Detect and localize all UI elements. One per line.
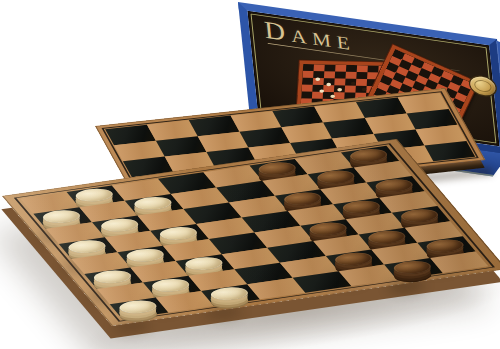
checker-piece-dark[interactable] xyxy=(346,147,391,164)
checker-piece-dark[interactable] xyxy=(255,160,300,177)
box-art-dark-pieces-dots xyxy=(351,82,356,85)
checker-piece-light[interactable] xyxy=(72,187,117,204)
product-photo-scene: DAME xyxy=(0,0,500,349)
box-art-light-pieces-dots xyxy=(315,78,320,81)
folded-board-square xyxy=(424,141,475,162)
